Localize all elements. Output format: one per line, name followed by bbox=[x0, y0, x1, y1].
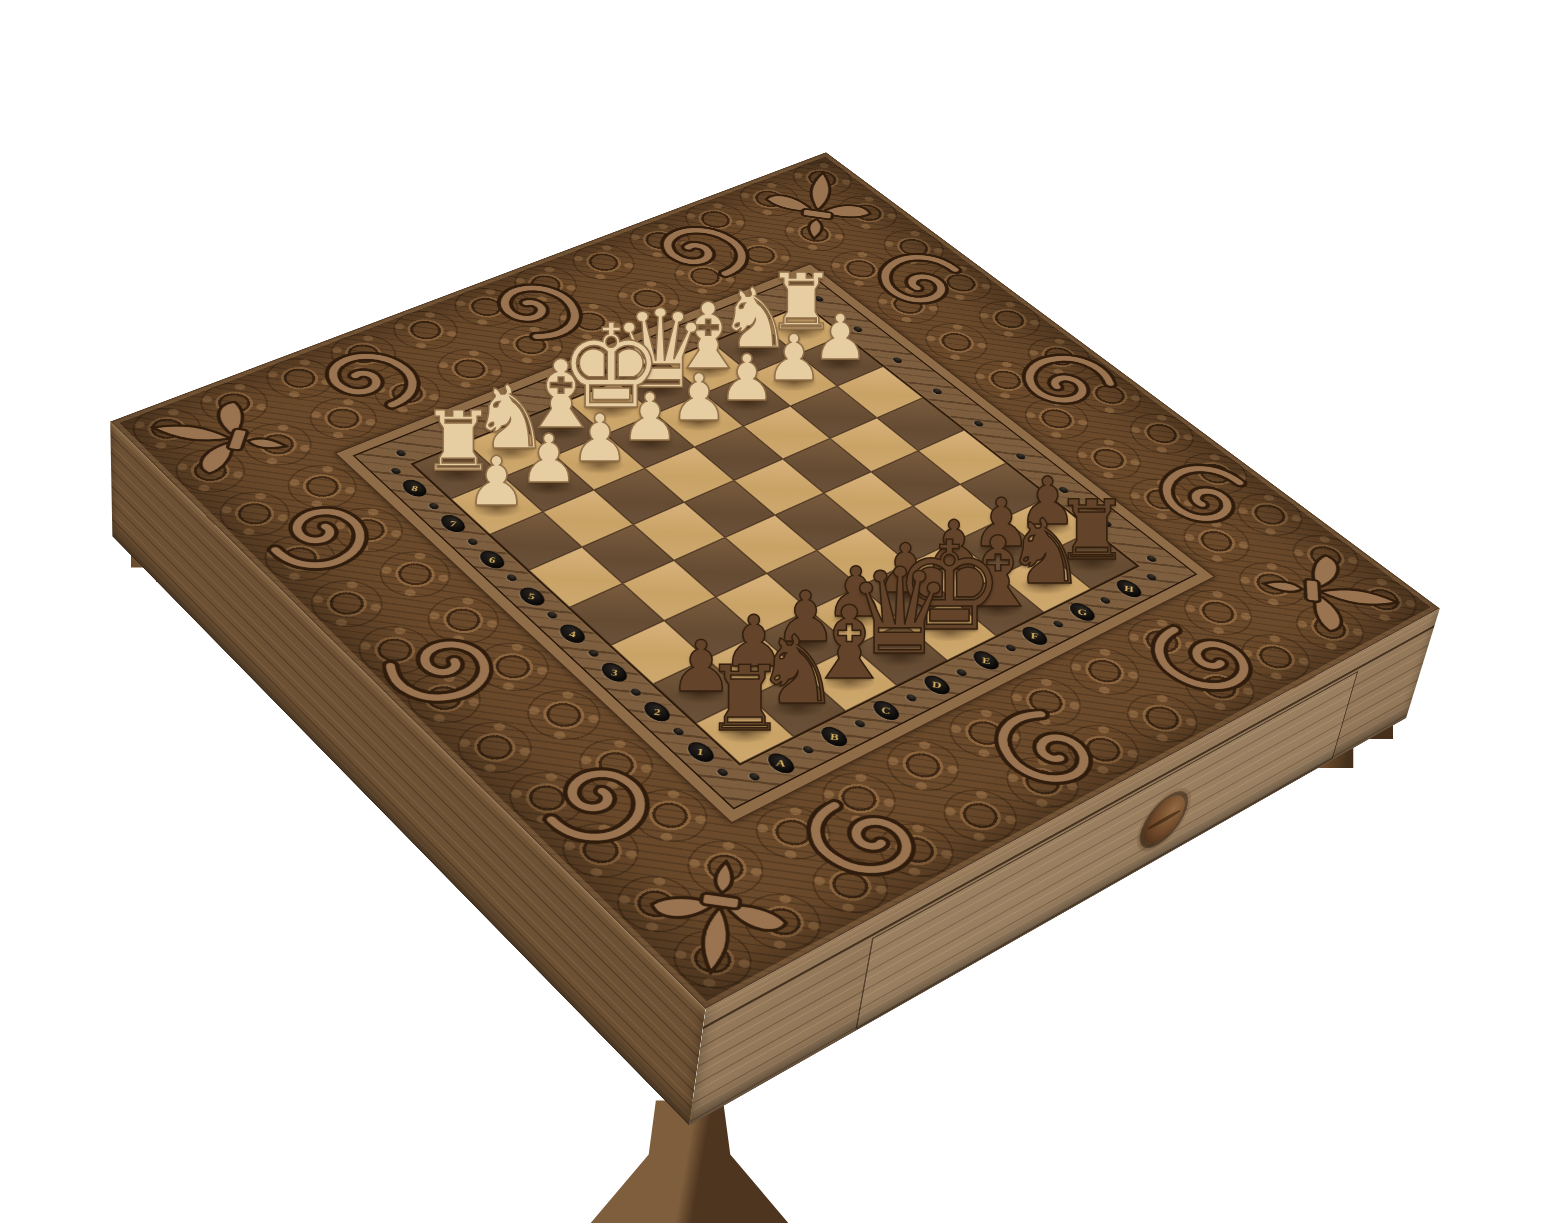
scroll-carving-icon bbox=[473, 277, 591, 341]
scroll-carving-icon bbox=[982, 706, 1126, 794]
scroll-carving-icon bbox=[626, 211, 770, 293]
camera-tilt: 8H7G6F5E4D3C2B1A bbox=[0, 0, 1557, 1223]
scroll-carving-icon bbox=[782, 777, 958, 901]
scroll-carving-icon bbox=[1003, 352, 1130, 419]
chess-box: 8H7G6F5E4D3C2B1A bbox=[110, 152, 1440, 1009]
scene: 8H7G6F5E4D3C2B1A ♜♞♝♚♛♝♞♜♟♟♟♟♟♟♟♟♟♟♟♟♟♟♟… bbox=[0, 0, 1557, 1223]
fleur-de-lis-carving-icon bbox=[1259, 539, 1404, 649]
fleur-de-lis-carving-icon bbox=[751, 163, 884, 249]
board-box-top: 8H7G6F5E4D3C2B1A bbox=[110, 152, 1440, 1009]
scroll-carving-icon bbox=[377, 622, 509, 707]
scroll-carving-icon bbox=[1128, 605, 1291, 713]
scroll-carving-icon bbox=[288, 335, 442, 427]
scroll-carving-icon bbox=[1130, 451, 1284, 547]
